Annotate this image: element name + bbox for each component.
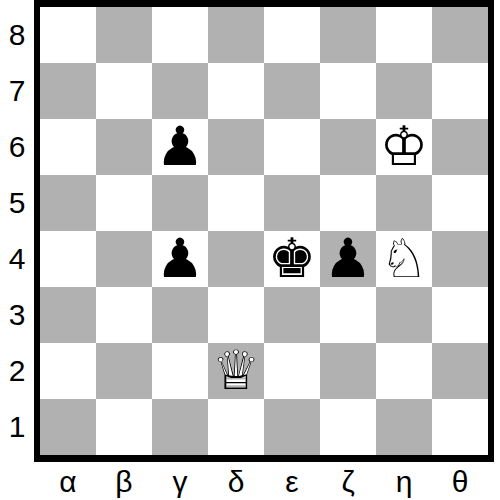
white-queen-fill: ♛ [208,343,264,399]
square-δ2[interactable]: ♛♕ [208,343,264,399]
square-ε5[interactable] [264,175,320,231]
black-pawn: ♟ [320,231,376,287]
square-ε1[interactable] [264,399,320,455]
square-ζ7[interactable] [320,63,376,119]
square-α2[interactable] [40,343,96,399]
square-γ3[interactable] [152,287,208,343]
file-label-δ: δ [208,466,264,498]
rank-label-7: 7 [0,63,34,119]
square-α6[interactable] [40,119,96,175]
square-η1[interactable] [376,399,432,455]
square-ε4[interactable]: ♚ [264,231,320,287]
square-ε7[interactable] [264,63,320,119]
square-η2[interactable] [376,343,432,399]
square-δ6[interactable] [208,119,264,175]
square-α5[interactable] [40,175,96,231]
white-king-fill: ♚ [376,119,432,175]
square-δ8[interactable] [208,7,264,63]
square-α8[interactable] [40,7,96,63]
square-ζ5[interactable] [320,175,376,231]
file-label-ζ: ζ [320,466,376,498]
square-ζ4[interactable]: ♟ [320,231,376,287]
square-δ3[interactable] [208,287,264,343]
square-η6[interactable]: ♚♔ [376,119,432,175]
square-ζ8[interactable] [320,7,376,63]
rank-label-3: 3 [0,287,34,343]
square-η5[interactable] [376,175,432,231]
rank-label-4: 4 [0,231,34,287]
square-η4[interactable]: ♞♘ [376,231,432,287]
file-label-η: η [376,466,432,498]
black-pawn: ♟ [152,119,208,175]
rank-label-1: 1 [0,399,34,455]
rank-label-6: 6 [0,119,34,175]
square-γ5[interactable] [152,175,208,231]
square-β5[interactable] [96,175,152,231]
rank-label-2: 2 [0,343,34,399]
square-β3[interactable] [96,287,152,343]
square-β1[interactable] [96,399,152,455]
square-γ6[interactable]: ♟ [152,119,208,175]
square-δ5[interactable] [208,175,264,231]
square-ε8[interactable] [264,7,320,63]
square-η8[interactable] [376,7,432,63]
white-knight-fill: ♞ [376,231,432,287]
white-queen: ♕ [208,343,264,399]
square-θ7[interactable] [432,63,488,119]
square-β4[interactable] [96,231,152,287]
square-θ4[interactable] [432,231,488,287]
square-ε3[interactable] [264,287,320,343]
square-β6[interactable] [96,119,152,175]
file-label-γ: γ [152,466,208,498]
rank-label-5: 5 [0,175,34,231]
square-ε6[interactable] [264,119,320,175]
square-β7[interactable] [96,63,152,119]
square-θ5[interactable] [432,175,488,231]
rank-label-8: 8 [0,7,34,63]
file-label-α: α [40,466,96,498]
file-label-β: β [96,466,152,498]
square-δ1[interactable] [208,399,264,455]
black-king: ♚ [264,231,320,287]
square-δ4[interactable] [208,231,264,287]
square-ζ2[interactable] [320,343,376,399]
square-γ7[interactable] [152,63,208,119]
square-α3[interactable] [40,287,96,343]
file-labels: αβγδεζηθ [40,466,488,498]
square-θ1[interactable] [432,399,488,455]
white-knight: ♘ [376,231,432,287]
square-θ8[interactable] [432,7,488,63]
white-king: ♔ [376,119,432,175]
square-α7[interactable] [40,63,96,119]
square-ζ6[interactable] [320,119,376,175]
square-θ2[interactable] [432,343,488,399]
square-γ2[interactable] [152,343,208,399]
square-β2[interactable] [96,343,152,399]
square-α1[interactable] [40,399,96,455]
square-γ4[interactable]: ♟ [152,231,208,287]
square-η3[interactable] [376,287,432,343]
square-γ8[interactable] [152,7,208,63]
black-pawn: ♟ [152,231,208,287]
square-β8[interactable] [96,7,152,63]
square-η7[interactable] [376,63,432,119]
file-label-θ: θ [432,466,488,498]
square-δ7[interactable] [208,63,264,119]
square-ζ1[interactable] [320,399,376,455]
square-θ6[interactable] [432,119,488,175]
rank-labels: 87654321 [0,7,34,455]
chess-diagram: 87654321 ♟♚♔♟♚♟♞♘♛♕ αβγδεζηθ [0,0,500,500]
square-ζ3[interactable] [320,287,376,343]
square-θ3[interactable] [432,287,488,343]
square-ε2[interactable] [264,343,320,399]
chess-board: ♟♚♔♟♚♟♞♘♛♕ [34,0,494,462]
file-label-ε: ε [264,466,320,498]
square-α4[interactable] [40,231,96,287]
square-γ1[interactable] [152,399,208,455]
